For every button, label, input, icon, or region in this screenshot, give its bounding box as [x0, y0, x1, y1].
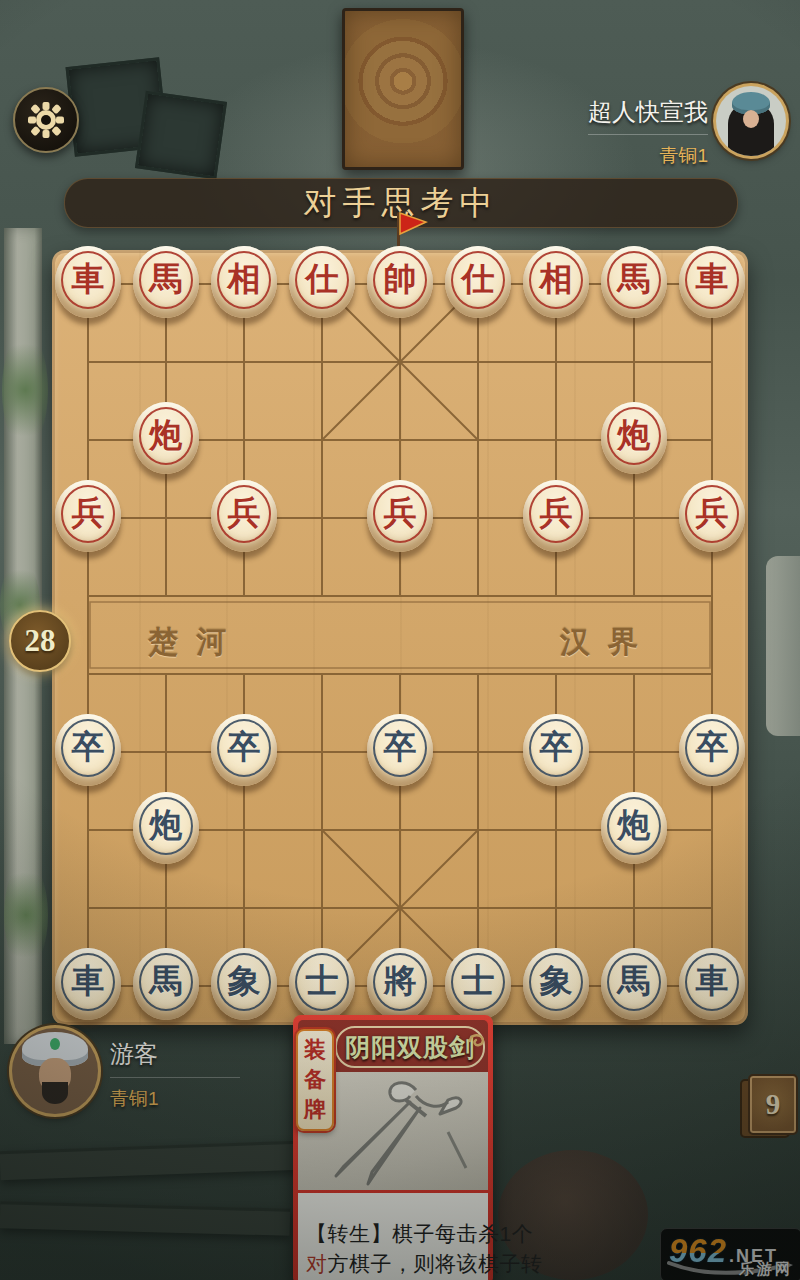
piece-red[interactable]: 車 [55, 246, 121, 318]
piece-red[interactable]: 車 [679, 246, 745, 318]
piece-black[interactable]: 馬 [133, 948, 199, 1020]
deck-card-front: 9 [748, 1074, 798, 1135]
river-label-chu: 楚河 [148, 622, 244, 663]
settings-button[interactable] [13, 87, 79, 153]
card-title-frame: 阴阳双股剑 [335, 1026, 485, 1068]
background-crate [135, 91, 227, 180]
gear-icon [26, 100, 66, 140]
piece-black[interactable]: 象 [211, 948, 277, 1020]
equipment-tab: 装备牌 [296, 1029, 334, 1131]
opponent-avatar[interactable] [716, 86, 786, 156]
piece-black[interactable]: 卒 [211, 714, 277, 786]
player-avatar[interactable] [12, 1028, 98, 1114]
site-watermark: 962 .NET 乐游网 [660, 1228, 800, 1280]
avatar-image [50, 1038, 60, 1050]
avatar-image [743, 110, 759, 128]
piece-black[interactable]: 車 [55, 948, 121, 1020]
piece-red[interactable]: 炮 [133, 402, 199, 474]
equipment-tab-label: 装备牌 [303, 1035, 327, 1125]
piece-black[interactable]: 士 [289, 948, 355, 1020]
player-name: 游客 [110, 1038, 240, 1078]
piece-red[interactable]: 炮 [601, 402, 667, 474]
equipment-card[interactable]: 阴阳双股剑 【转生】棋子每击杀1个 对方棋子，则将该棋子转 化为我方的棋子 装备… [293, 1015, 493, 1280]
player-info: 游客 青铜1 [110, 1038, 240, 1112]
piece-black[interactable]: 炮 [601, 792, 667, 864]
opponent-info: 超人快宣我 青铜1 [588, 96, 708, 169]
xiangqi-board[interactable]: 楚河 汉界 車馬相仕帥仕相馬車炮炮兵兵兵兵兵卒卒卒卒卒炮炮車馬象士將士象馬車 [52, 250, 748, 1025]
piece-red[interactable]: 兵 [367, 480, 433, 552]
swirl-ornament-icon [468, 1032, 486, 1050]
opponent-name: 超人快宣我 [588, 96, 708, 135]
card-description-line: 对方棋子，则将该棋子转 [306, 1249, 480, 1279]
piece-black[interactable]: 卒 [55, 714, 121, 786]
background-moss [4, 860, 48, 970]
avatar-image [42, 1082, 68, 1104]
river-label-han: 汉界 [560, 622, 656, 663]
piece-black[interactable]: 卒 [367, 714, 433, 786]
deck-count-badge[interactable]: 9 [740, 1074, 796, 1136]
deck-count: 9 [766, 1088, 781, 1121]
piece-red[interactable]: 兵 [211, 480, 277, 552]
piece-red[interactable]: 仕 [289, 246, 355, 318]
piece-red[interactable]: 馬 [133, 246, 199, 318]
piece-black[interactable]: 車 [679, 948, 745, 1020]
watermark-962: 962 [669, 1232, 727, 1270]
game-screen: { "game": "xiangqi", "position": { "orie… [0, 0, 800, 1280]
piece-black[interactable]: 炮 [133, 792, 199, 864]
background-moss [2, 330, 48, 450]
piece-red[interactable]: 馬 [601, 246, 667, 318]
card-description-line: 【转生】棋子每击杀1个 [306, 1219, 480, 1249]
piece-red[interactable]: 帥 [367, 246, 433, 318]
piece-black[interactable]: 士 [445, 948, 511, 1020]
piece-black[interactable]: 馬 [601, 948, 667, 1020]
card-description: 【转生】棋子每击杀1个 对方棋子，则将该棋子转 化为我方的棋子 [298, 1193, 488, 1280]
move-counter-badge: 28 [9, 610, 71, 672]
player-rank: 青铜1 [110, 1086, 240, 1112]
piece-black[interactable]: 象 [523, 948, 589, 1020]
piece-black[interactable]: 將 [367, 948, 433, 1020]
move-counter: 28 [25, 623, 56, 659]
watermark-cn: 乐游网 [739, 1260, 793, 1279]
piece-black[interactable]: 卒 [679, 714, 745, 786]
piece-red[interactable]: 兵 [523, 480, 589, 552]
piece-red[interactable]: 兵 [55, 480, 121, 552]
opponent-rank: 青铜1 [588, 143, 708, 169]
background-fence [0, 1141, 300, 1180]
background-rock [766, 556, 800, 736]
card-title: 阴阳双股剑 [345, 1031, 475, 1064]
piece-red[interactable]: 相 [211, 246, 277, 318]
piece-red[interactable]: 相 [523, 246, 589, 318]
piece-red[interactable]: 仕 [445, 246, 511, 318]
piece-red[interactable]: 兵 [679, 480, 745, 552]
deck-cardback[interactable] [342, 8, 464, 170]
piece-black[interactable]: 卒 [523, 714, 589, 786]
background-fence [0, 1201, 290, 1236]
